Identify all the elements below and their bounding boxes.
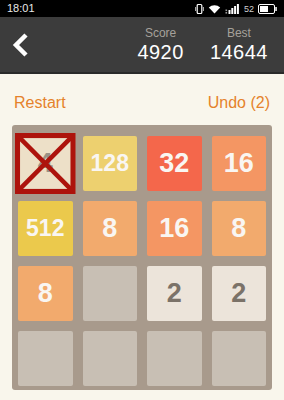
chevron-left-icon bbox=[12, 32, 30, 58]
score-block: Score 4920 bbox=[137, 26, 184, 64]
tile-value: 4 bbox=[38, 150, 53, 177]
tile-value: 16 bbox=[159, 215, 189, 242]
tile-16-r0c3: 16 bbox=[212, 136, 267, 191]
tile-value: 128 bbox=[91, 152, 129, 175]
empty-cell-r3c1 bbox=[83, 331, 138, 386]
restart-button[interactable]: Restart bbox=[14, 94, 66, 112]
tile-value: 32 bbox=[159, 150, 189, 177]
empty-cell-r3c2 bbox=[147, 331, 202, 386]
clock: 18:01 bbox=[7, 0, 35, 17]
tile-32-r0c2: 32 bbox=[147, 136, 202, 191]
best-value: 14644 bbox=[210, 40, 268, 64]
tile-8-r1c1: 8 bbox=[83, 201, 138, 256]
tile-value: 8 bbox=[102, 215, 117, 242]
tile-512-r1c0: 512 bbox=[18, 201, 73, 256]
game-controls: Restart Undo (2) bbox=[0, 74, 284, 125]
best-label: Best bbox=[227, 26, 251, 40]
back-button[interactable] bbox=[4, 25, 38, 65]
tile-16-r1c2: 16 bbox=[147, 201, 202, 256]
score-value: 4920 bbox=[137, 40, 184, 64]
tile-value: 2 bbox=[167, 280, 182, 307]
empty-cell-r3c3 bbox=[212, 331, 267, 386]
vibrate-icon bbox=[195, 3, 204, 15]
tile-value: 512 bbox=[26, 217, 64, 240]
tile-value: 16 bbox=[224, 150, 254, 177]
tile-128-r0c1: 128 bbox=[83, 136, 138, 191]
app-screen: 18:01 bbox=[0, 0, 284, 400]
empty-cell-r3c0 bbox=[18, 331, 73, 386]
tile-2-r2c2: 2 bbox=[147, 266, 202, 321]
signal-strength-icon bbox=[225, 3, 240, 14]
tile-8-r2c0: 8 bbox=[18, 266, 73, 321]
undo-button[interactable]: Undo (2) bbox=[208, 94, 270, 112]
battery-percent: 52 bbox=[244, 4, 254, 14]
empty-cell-r2c1 bbox=[83, 266, 138, 321]
tile-value: 8 bbox=[38, 280, 53, 307]
tile-value: 8 bbox=[231, 215, 246, 242]
best-block: Best 14644 bbox=[210, 26, 268, 64]
tile-4-r0c0: 4 bbox=[18, 136, 73, 191]
scoreboard: Score 4920 Best 14644 bbox=[137, 26, 268, 64]
battery-icon bbox=[258, 4, 277, 14]
score-header: Score 4920 Best 14644 bbox=[0, 17, 284, 74]
status-bar: 18:01 bbox=[0, 0, 284, 17]
score-label: Score bbox=[145, 26, 176, 40]
game-board[interactable]: 412832165128168822 bbox=[12, 125, 272, 390]
tile-value: 2 bbox=[231, 280, 246, 307]
wifi-icon bbox=[208, 4, 221, 14]
tile-2-r2c3: 2 bbox=[212, 266, 267, 321]
tile-8-r1c3: 8 bbox=[212, 201, 267, 256]
